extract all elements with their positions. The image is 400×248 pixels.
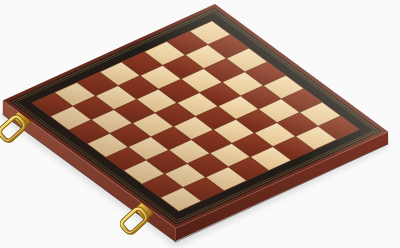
product-photo-chessboard	[0, 0, 400, 248]
